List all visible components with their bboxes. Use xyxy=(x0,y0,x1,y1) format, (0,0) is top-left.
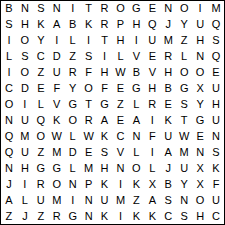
grid-cell[interactable]: I xyxy=(81,33,97,49)
grid-cell[interactable]: Z xyxy=(176,33,192,49)
grid-cell[interactable]: L xyxy=(65,128,81,144)
grid-cell[interactable]: H xyxy=(144,81,160,97)
grid-cell[interactable]: U xyxy=(208,81,224,97)
grid-cell[interactable]: S xyxy=(176,208,192,224)
grid-cell[interactable]: I xyxy=(49,33,65,49)
grid-cell[interactable]: W xyxy=(176,128,192,144)
grid-cell[interactable]: F xyxy=(144,128,160,144)
grid-cell[interactable]: L xyxy=(128,144,144,160)
grid-cell[interactable]: L xyxy=(176,49,192,65)
grid-cell[interactable]: W xyxy=(49,128,65,144)
grid-cell[interactable]: F xyxy=(208,176,224,192)
grid-cell[interactable]: C xyxy=(208,208,224,224)
grid-cell[interactable]: U xyxy=(144,33,160,49)
grid-cell[interactable]: L xyxy=(128,97,144,113)
grid-cell[interactable]: S xyxy=(160,192,176,208)
grid-cell[interactable]: L xyxy=(65,160,81,176)
grid-cell[interactable]: N xyxy=(81,208,97,224)
grid-cell[interactable]: X xyxy=(144,176,160,192)
grid-cell[interactable]: A xyxy=(160,144,176,160)
grid-cell[interactable]: L xyxy=(113,49,129,65)
grid-cell[interactable]: O xyxy=(176,65,192,81)
grid-cell[interactable]: I xyxy=(17,97,33,113)
word-search-grid: BNSNITROGENOIMSHKABKRPHQJYUQIOYILITHIUMZ… xyxy=(0,0,225,225)
grid-cell[interactable]: Q xyxy=(1,144,17,160)
grid-cell[interactable]: U xyxy=(97,192,113,208)
grid-cell[interactable]: O xyxy=(81,81,97,97)
grid-cell[interactable]: I xyxy=(65,192,81,208)
grid-cell[interactable]: K xyxy=(97,176,113,192)
grid-cell[interactable]: R xyxy=(97,1,113,17)
grid-cell[interactable]: H xyxy=(192,33,208,49)
grid-cell[interactable]: S xyxy=(176,97,192,113)
grid-cell[interactable]: E xyxy=(81,144,97,160)
grid-cell[interactable]: J xyxy=(160,17,176,33)
grid-cell[interactable]: I xyxy=(113,176,129,192)
grid-cell[interactable]: M xyxy=(208,1,224,17)
grid-cell[interactable]: L xyxy=(65,33,81,49)
grid-cell[interactable]: I xyxy=(192,1,208,17)
grid-cell[interactable]: K xyxy=(128,208,144,224)
grid-cell[interactable]: G xyxy=(97,97,113,113)
grid-cell[interactable]: Z xyxy=(33,65,49,81)
grid-cell[interactable]: M xyxy=(160,33,176,49)
grid-cell[interactable]: X xyxy=(192,160,208,176)
grid-cell[interactable]: N xyxy=(113,160,129,176)
grid-cell[interactable]: A xyxy=(1,192,17,208)
grid-cell[interactable]: L xyxy=(17,192,33,208)
grid-cell[interactable]: C xyxy=(1,81,17,97)
grid-cell[interactable]: B xyxy=(65,17,81,33)
grid-cell[interactable]: T xyxy=(81,1,97,17)
grid-cell[interactable]: C xyxy=(113,128,129,144)
grid-cell[interactable]: H xyxy=(113,33,129,49)
grid-cell[interactable]: E xyxy=(144,49,160,65)
grid-cell[interactable]: L xyxy=(1,49,17,65)
grid-cell[interactable]: O xyxy=(33,128,49,144)
grid-cell[interactable]: G xyxy=(192,113,208,129)
grid-cell[interactable]: M xyxy=(49,192,65,208)
grid-cell[interactable]: I xyxy=(1,33,17,49)
grid-cell[interactable]: O xyxy=(1,97,17,113)
grid-cell[interactable]: K xyxy=(49,113,65,129)
grid-cell[interactable]: H xyxy=(17,17,33,33)
grid-cell[interactable]: O xyxy=(49,176,65,192)
grid-cell[interactable]: O xyxy=(192,65,208,81)
grid-cell[interactable]: Q xyxy=(1,128,17,144)
grid-cell[interactable]: C xyxy=(33,49,49,65)
grid-cell[interactable]: M xyxy=(176,144,192,160)
grid-cell[interactable]: R xyxy=(160,49,176,65)
grid-cell[interactable]: N xyxy=(81,192,97,208)
grid-cell[interactable]: R xyxy=(144,97,160,113)
grid-cell[interactable]: I xyxy=(128,33,144,49)
grid-cell[interactable]: R xyxy=(97,17,113,33)
grid-cell[interactable]: N xyxy=(192,49,208,65)
grid-cell[interactable]: L xyxy=(33,97,49,113)
grid-cell[interactable]: U xyxy=(176,160,192,176)
grid-cell[interactable]: D xyxy=(49,49,65,65)
grid-cell[interactable]: W xyxy=(113,65,129,81)
grid-cell[interactable]: U xyxy=(49,65,65,81)
grid-cell[interactable]: T xyxy=(97,33,113,49)
grid-cell[interactable]: I xyxy=(113,208,129,224)
grid-cell[interactable]: U xyxy=(17,113,33,129)
grid-cell[interactable]: U xyxy=(17,144,33,160)
grid-cell[interactable]: B xyxy=(128,65,144,81)
grid-cell[interactable]: J xyxy=(17,208,33,224)
grid-cell[interactable]: S xyxy=(17,49,33,65)
grid-cell[interactable]: A xyxy=(144,192,160,208)
grid-cell[interactable]: S xyxy=(81,49,97,65)
grid-cell[interactable]: Q xyxy=(144,17,160,33)
grid-cell[interactable]: O xyxy=(113,1,129,17)
grid-cell[interactable]: I xyxy=(144,113,160,129)
grid-cell[interactable]: N xyxy=(208,128,224,144)
grid-cell[interactable]: V xyxy=(113,144,129,160)
grid-cell[interactable]: F xyxy=(81,65,97,81)
grid-cell[interactable]: U xyxy=(208,192,224,208)
grid-cell[interactable]: X xyxy=(192,176,208,192)
grid-cell[interactable]: K xyxy=(97,128,113,144)
grid-cell[interactable]: U xyxy=(160,128,176,144)
grid-cell[interactable]: O xyxy=(17,65,33,81)
grid-cell[interactable]: G xyxy=(65,97,81,113)
grid-cell[interactable]: H xyxy=(208,97,224,113)
grid-cell[interactable]: R xyxy=(49,208,65,224)
grid-cell[interactable]: Y xyxy=(176,17,192,33)
grid-cell[interactable]: W xyxy=(81,128,97,144)
grid-cell[interactable]: O xyxy=(65,113,81,129)
grid-cell[interactable]: U xyxy=(33,192,49,208)
grid-cell[interactable]: B xyxy=(1,1,17,17)
grid-cell[interactable]: Y xyxy=(192,97,208,113)
grid-cell[interactable]: S xyxy=(208,144,224,160)
grid-cell[interactable]: O xyxy=(192,192,208,208)
grid-cell[interactable]: I xyxy=(1,65,17,81)
grid-cell[interactable]: K xyxy=(128,176,144,192)
grid-cell[interactable]: Y xyxy=(65,81,81,97)
grid-cell[interactable]: Y xyxy=(176,176,192,192)
grid-cell[interactable]: N xyxy=(1,160,17,176)
grid-cell[interactable]: G xyxy=(65,208,81,224)
grid-cell[interactable]: E xyxy=(144,1,160,17)
grid-cell[interactable]: N xyxy=(49,1,65,17)
grid-cell[interactable]: M xyxy=(81,160,97,176)
grid-cell[interactable]: E xyxy=(160,97,176,113)
grid-cell[interactable]: G xyxy=(128,81,144,97)
grid-cell[interactable]: P xyxy=(113,17,129,33)
grid-cell[interactable]: M xyxy=(17,128,33,144)
grid-cell[interactable]: G xyxy=(33,160,49,176)
grid-cell[interactable]: G xyxy=(128,1,144,17)
grid-cell[interactable]: Z xyxy=(33,144,49,160)
grid-cell[interactable]: Y xyxy=(33,33,49,49)
grid-cell[interactable]: Q xyxy=(208,49,224,65)
grid-cell[interactable]: P xyxy=(81,176,97,192)
grid-cell[interactable]: J xyxy=(160,160,176,176)
grid-cell[interactable]: E xyxy=(192,128,208,144)
grid-cell[interactable]: H xyxy=(97,160,113,176)
grid-cell[interactable]: K xyxy=(144,208,160,224)
grid-cell[interactable]: M xyxy=(49,144,65,160)
grid-cell[interactable]: S xyxy=(208,33,224,49)
grid-cell[interactable]: B xyxy=(160,176,176,192)
grid-cell[interactable]: N xyxy=(176,192,192,208)
grid-cell[interactable]: G xyxy=(176,81,192,97)
grid-cell[interactable]: E xyxy=(113,113,129,129)
grid-cell[interactable]: H xyxy=(160,65,176,81)
grid-cell[interactable]: B xyxy=(160,81,176,97)
grid-cell[interactable]: N xyxy=(17,1,33,17)
grid-cell[interactable]: Z xyxy=(33,208,49,224)
grid-cell[interactable]: Q xyxy=(208,17,224,33)
grid-cell[interactable]: K xyxy=(160,113,176,129)
grid-cell[interactable]: L xyxy=(144,160,160,176)
grid-cell[interactable]: I xyxy=(144,144,160,160)
grid-cell[interactable]: R xyxy=(33,176,49,192)
grid-cell[interactable]: S xyxy=(1,17,17,33)
grid-cell[interactable]: V xyxy=(49,97,65,113)
grid-cell[interactable]: H xyxy=(192,208,208,224)
grid-cell[interactable]: O xyxy=(176,1,192,17)
grid-cell[interactable]: C xyxy=(160,208,176,224)
grid-cell[interactable]: Z xyxy=(113,97,129,113)
grid-cell[interactable]: N xyxy=(192,144,208,160)
grid-cell[interactable]: E xyxy=(33,81,49,97)
grid-cell[interactable]: A xyxy=(97,113,113,129)
grid-cell[interactable]: N xyxy=(1,113,17,129)
grid-cell[interactable]: K xyxy=(97,208,113,224)
grid-cell[interactable]: S xyxy=(97,144,113,160)
grid-cell[interactable]: U xyxy=(192,17,208,33)
grid-cell[interactable]: E xyxy=(113,81,129,97)
grid-cell[interactable]: K xyxy=(33,17,49,33)
grid-cell[interactable]: T xyxy=(176,113,192,129)
grid-cell[interactable]: I xyxy=(65,1,81,17)
grid-cell[interactable]: V xyxy=(144,65,160,81)
grid-cell[interactable]: Z xyxy=(128,192,144,208)
grid-cell[interactable]: Z xyxy=(1,208,17,224)
grid-cell[interactable]: G xyxy=(49,160,65,176)
grid-cell[interactable]: R xyxy=(81,113,97,129)
grid-cell[interactable]: R xyxy=(65,65,81,81)
grid-cell[interactable]: N xyxy=(128,128,144,144)
grid-cell[interactable]: I xyxy=(97,49,113,65)
grid-cell[interactable]: E xyxy=(208,65,224,81)
grid-cell[interactable]: F xyxy=(49,81,65,97)
grid-cell[interactable]: D xyxy=(17,81,33,97)
grid-cell[interactable]: N xyxy=(160,1,176,17)
grid-cell[interactable]: O xyxy=(17,33,33,49)
grid-cell[interactable]: J xyxy=(1,176,17,192)
grid-cell[interactable]: T xyxy=(81,97,97,113)
grid-cell[interactable]: F xyxy=(97,81,113,97)
grid-cell[interactable]: H xyxy=(17,160,33,176)
grid-cell[interactable]: M xyxy=(113,192,129,208)
grid-cell[interactable]: K xyxy=(81,17,97,33)
grid-cell[interactable]: X xyxy=(192,81,208,97)
grid-cell[interactable]: O xyxy=(128,160,144,176)
grid-cell[interactable]: S xyxy=(33,1,49,17)
grid-cell[interactable]: U xyxy=(208,113,224,129)
grid-cell[interactable]: D xyxy=(65,144,81,160)
grid-cell[interactable]: A xyxy=(128,113,144,129)
grid-cell[interactable]: Z xyxy=(65,49,81,65)
grid-cell[interactable]: Q xyxy=(33,113,49,129)
grid-cell[interactable]: N xyxy=(65,176,81,192)
grid-cell[interactable]: H xyxy=(128,17,144,33)
grid-cell[interactable]: V xyxy=(128,49,144,65)
grid-cell[interactable]: A xyxy=(49,17,65,33)
grid-cell[interactable]: K xyxy=(208,160,224,176)
grid-cell[interactable]: I xyxy=(17,176,33,192)
grid-cell[interactable]: H xyxy=(97,65,113,81)
